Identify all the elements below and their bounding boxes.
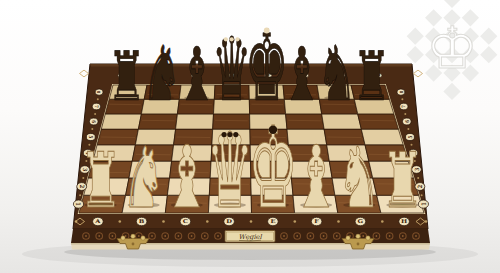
chess-piece-black-knight[interactable]: ♞ [317,29,357,118]
rank-label-left-8: 8 [95,89,103,95]
chess-piece-black-rook[interactable]: ♜ [108,36,146,115]
spiral-carving-center [402,235,404,237]
watermark-checker-square [480,46,497,63]
queen-crown-accent [222,132,227,137]
spiral-carving-center [415,235,417,237]
chess-piece-white-bishop[interactable]: ♝ [292,127,340,227]
spiral-carving-center [296,235,298,237]
rank-label-right-7: 7 [400,103,408,110]
spiral-carving-center [98,235,100,237]
chess-piece-white-rook[interactable]: ♜ [79,136,121,225]
rank-label-right-8: 8 [397,89,405,95]
rank-label-left-6: 6 [89,118,98,125]
border-ornament-dot [401,98,403,100]
spiral-carving-center [151,235,153,237]
watermark-checker-square [443,0,460,8]
king-finial-accent [264,28,270,34]
spiral-carving-center [376,235,378,237]
chess-piece-black-rook[interactable]: ♜ [353,36,391,115]
spiral-carving-center [336,235,338,237]
corner-ornament [79,70,88,77]
border-ornament-dot [404,113,406,115]
board-square[interactable] [358,114,399,129]
spiral-carving-center [138,235,140,237]
svg-text:8: 8 [96,91,102,94]
brand-plaque: Węgiel [225,231,275,243]
wood-grain [362,120,395,121]
chess-set-photo: ♔ ABCDEFGHABCDEFGH1122334455667788 ♜♞♝♛♚… [0,0,500,273]
watermark-checker-square [480,28,497,45]
svg-text:8: 8 [398,91,404,94]
spiral-carving-center [283,235,285,237]
watermark-checker-square [407,46,424,63]
watermark-checker-square [443,83,460,100]
queen-crown-accent [224,37,228,41]
rank-label-right-6: 6 [403,118,412,125]
brand-plaque-text: Węgiel [238,233,262,241]
chess-piece-white-king[interactable]: ♚ [248,103,298,233]
border-ornament-dot [91,128,93,130]
chess-piece-white-rook[interactable]: ♜ [381,136,423,225]
spiral-carving-center [204,235,206,237]
rank-label-left-7: 7 [92,103,100,110]
spiral-carving-center [310,235,312,237]
spiral-carving-center [362,235,364,237]
chess-piece-black-bishop[interactable]: ♝ [176,31,217,118]
svg-text:7: 7 [401,105,407,108]
border-ornament-dot [97,98,99,100]
chess-piece-white-knight[interactable]: ♞ [122,128,166,226]
spiral-carving-center [191,235,193,237]
queen-crown-accent [227,132,232,137]
spiral-carving-center [112,235,114,237]
border-ornament-dot [94,113,96,115]
spiral-carving-center [178,235,180,237]
wood-grain [142,120,175,121]
svg-text:6: 6 [91,120,97,123]
spiral-carving-center [217,235,219,237]
board-square[interactable] [101,114,141,129]
chess-piece-white-knight[interactable]: ♞ [337,128,381,226]
spiral-carving-center [164,235,166,237]
border-ornament-dot [407,128,409,130]
spiral-carving-center [85,235,87,237]
photo-stage: ♔ ABCDEFGHABCDEFGH1122334455667788 ♜♞♝♛♚… [0,0,500,273]
king-finial-accent [269,126,277,134]
svg-text:6: 6 [404,120,410,123]
queen-crown-accent [230,37,234,41]
queen-crown-accent [233,132,238,137]
corner-ornament [413,70,422,77]
chess-piece-white-queen[interactable]: ♛ [207,110,254,230]
spiral-carving-center [389,235,391,237]
queen-crown-accent [235,37,239,41]
watermark-king-icon: ♔ [426,14,478,82]
chess-piece-white-bishop[interactable]: ♝ [163,127,211,227]
svg-text:7: 7 [94,105,100,108]
watermark-checker-square [407,28,424,45]
spiral-carving-center [323,235,325,237]
